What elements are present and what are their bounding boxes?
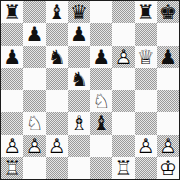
piece-white-outline-glyph: ♙ xyxy=(25,136,43,156)
piece-white-outline-glyph: ♔ xyxy=(159,158,177,178)
square-d1[interactable] xyxy=(68,157,90,179)
square-h5[interactable] xyxy=(157,68,179,90)
piece-white-outline-glyph: ♙ xyxy=(137,136,155,156)
piece-white-pawn: ♟♙ xyxy=(3,136,21,156)
piece-black-king: ♚ xyxy=(159,2,177,22)
square-c7[interactable] xyxy=(46,23,68,45)
square-g8[interactable]: ♜ xyxy=(135,1,157,23)
square-b4[interactable] xyxy=(23,90,45,112)
square-e4[interactable]: ♞♘ xyxy=(90,90,112,112)
piece-white-outline-glyph: ♙ xyxy=(3,136,21,156)
square-g2[interactable]: ♟♙ xyxy=(135,135,157,157)
square-a6[interactable]: ♟ xyxy=(1,46,23,68)
square-b2[interactable]: ♟♙ xyxy=(23,135,45,157)
square-c3[interactable] xyxy=(46,112,68,134)
square-h4[interactable] xyxy=(157,90,179,112)
piece-white-rook: ♜♖ xyxy=(3,158,21,178)
square-c2[interactable]: ♟♙ xyxy=(46,135,68,157)
square-a5[interactable] xyxy=(1,68,23,90)
square-e5[interactable] xyxy=(90,68,112,90)
square-f2[interactable] xyxy=(112,135,134,157)
square-a4[interactable] xyxy=(1,90,23,112)
square-c5[interactable] xyxy=(46,68,68,90)
square-a1[interactable]: ♜♖ xyxy=(1,157,23,179)
piece-white-king: ♚♔ xyxy=(159,158,177,178)
square-f5[interactable] xyxy=(112,68,134,90)
square-h3[interactable] xyxy=(157,112,179,134)
square-e6[interactable]: ♟ xyxy=(90,46,112,68)
piece-white-outline-glyph: ♖ xyxy=(3,158,21,178)
piece-white-pawn: ♟♙ xyxy=(48,136,66,156)
piece-white-queen: ♛♕ xyxy=(137,47,155,67)
piece-black-rook: ♜ xyxy=(3,2,21,22)
square-h6[interactable]: ♟ xyxy=(157,46,179,68)
square-c6[interactable]: ♞ xyxy=(46,46,68,68)
square-d6[interactable] xyxy=(68,46,90,68)
piece-black-rook: ♜ xyxy=(137,2,155,22)
square-h2[interactable]: ♟♙ xyxy=(157,135,179,157)
square-f1[interactable]: ♜♖ xyxy=(112,157,134,179)
square-a3[interactable] xyxy=(1,112,23,134)
piece-white-bishop: ♝♗ xyxy=(70,113,88,133)
square-b7[interactable]: ♟ xyxy=(23,23,45,45)
square-e8[interactable] xyxy=(90,1,112,23)
square-e3[interactable]: ♝ xyxy=(90,112,112,134)
square-f8[interactable] xyxy=(112,1,134,23)
piece-white-outline-glyph: ♘ xyxy=(92,91,110,111)
square-g6[interactable]: ♛♕ xyxy=(135,46,157,68)
square-b6[interactable] xyxy=(23,46,45,68)
square-g4[interactable] xyxy=(135,90,157,112)
piece-white-outline-glyph: ♗ xyxy=(70,113,88,133)
piece-black-knight: ♞ xyxy=(48,47,66,67)
piece-black-bishop: ♝ xyxy=(48,2,66,22)
square-b5[interactable] xyxy=(23,68,45,90)
square-f7[interactable] xyxy=(112,23,134,45)
square-d8[interactable]: ♛ xyxy=(68,1,90,23)
square-g1[interactable] xyxy=(135,157,157,179)
piece-white-pawn: ♟♙ xyxy=(114,47,132,67)
piece-black-bishop: ♝ xyxy=(92,113,110,133)
square-f4[interactable] xyxy=(112,90,134,112)
piece-white-outline-glyph: ♕ xyxy=(137,47,155,67)
square-h7[interactable] xyxy=(157,23,179,45)
square-b3[interactable]: ♞♘ xyxy=(23,112,45,134)
square-h8[interactable]: ♚ xyxy=(157,1,179,23)
piece-white-pawn: ♟♙ xyxy=(159,136,177,156)
piece-white-pawn: ♟♙ xyxy=(137,136,155,156)
square-g7[interactable] xyxy=(135,23,157,45)
piece-white-outline-glyph: ♙ xyxy=(48,136,66,156)
square-d7[interactable]: ♟ xyxy=(68,23,90,45)
square-g3[interactable] xyxy=(135,112,157,134)
square-e7[interactable] xyxy=(90,23,112,45)
piece-black-pawn: ♟ xyxy=(159,47,177,67)
square-a7[interactable] xyxy=(1,23,23,45)
square-e2[interactable] xyxy=(90,135,112,157)
piece-black-pawn: ♟ xyxy=(3,47,21,67)
chess-board: ♜♝♛♜♚♟♟♟♞♟♟♙♛♕♟♞♞♘♞♘♝♗♝♟♙♟♙♟♙♟♙♟♙♜♖♜♖♚♔ xyxy=(0,0,180,180)
piece-white-knight: ♞♘ xyxy=(25,113,43,133)
square-d3[interactable]: ♝♗ xyxy=(68,112,90,134)
piece-white-outline-glyph: ♘ xyxy=(25,113,43,133)
square-f3[interactable] xyxy=(112,112,134,134)
piece-black-knight: ♞ xyxy=(70,69,88,89)
square-g5[interactable] xyxy=(135,68,157,90)
piece-black-pawn: ♟ xyxy=(70,24,88,44)
square-c8[interactable]: ♝ xyxy=(46,1,68,23)
square-h1[interactable]: ♚♔ xyxy=(157,157,179,179)
square-a8[interactable]: ♜ xyxy=(1,1,23,23)
square-e1[interactable] xyxy=(90,157,112,179)
piece-white-outline-glyph: ♖ xyxy=(114,158,132,178)
square-b1[interactable] xyxy=(23,157,45,179)
piece-white-pawn: ♟♙ xyxy=(25,136,43,156)
piece-black-queen: ♛ xyxy=(70,2,88,22)
piece-white-knight: ♞♘ xyxy=(92,91,110,111)
piece-black-pawn: ♟ xyxy=(25,24,43,44)
square-f6[interactable]: ♟♙ xyxy=(112,46,134,68)
square-d5[interactable]: ♞ xyxy=(68,68,90,90)
square-d4[interactable] xyxy=(68,90,90,112)
square-d2[interactable] xyxy=(68,135,90,157)
square-c4[interactable] xyxy=(46,90,68,112)
piece-black-pawn: ♟ xyxy=(92,47,110,67)
piece-white-outline-glyph: ♙ xyxy=(159,136,177,156)
square-a2[interactable]: ♟♙ xyxy=(1,135,23,157)
square-c1[interactable] xyxy=(46,157,68,179)
piece-white-outline-glyph: ♙ xyxy=(114,47,132,67)
square-b8[interactable] xyxy=(23,1,45,23)
piece-white-rook: ♜♖ xyxy=(114,158,132,178)
